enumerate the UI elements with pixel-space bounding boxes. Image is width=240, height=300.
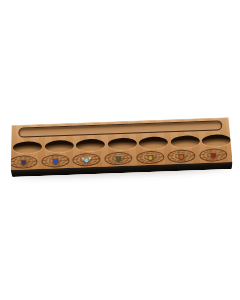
chakra-center-gem-sacral-svadhisthana — [180, 154, 184, 158]
chakra-center-gem-crown-sahasrara — [21, 160, 25, 164]
chakra-symbol-sacral-svadhisthana — [167, 149, 195, 163]
chakra-symbol-solar-plexus-manipura — [136, 150, 164, 164]
chakra-center-gem-root-muladhara — [211, 153, 215, 157]
chakra-center-gem-third-eye-ajna — [53, 159, 57, 163]
chakra-symbol-throat-vishuddha — [73, 153, 101, 167]
chakra-symbol-third-eye-ajna — [41, 154, 69, 168]
pit-5[interactable] — [139, 136, 168, 149]
chakra-symbol-root-muladhara — [199, 148, 227, 162]
pit-2[interactable] — [44, 140, 73, 153]
pit-7[interactable] — [202, 134, 231, 147]
board-wood-surface — [9, 117, 233, 171]
pit-1[interactable] — [13, 141, 42, 154]
pit-6[interactable] — [170, 135, 199, 148]
pit-3[interactable] — [76, 139, 105, 152]
pit-4[interactable] — [107, 137, 136, 150]
product-photo-stage — [0, 0, 240, 300]
chakra-symbol-heart-anahata — [104, 152, 132, 166]
chakra-symbol-crown-sahasrara — [9, 155, 37, 169]
chakra-center-gem-solar-plexus-manipura — [148, 155, 152, 159]
chakra-center-gem-heart-anahata — [116, 157, 120, 161]
chakra-tray-board — [9, 117, 233, 178]
